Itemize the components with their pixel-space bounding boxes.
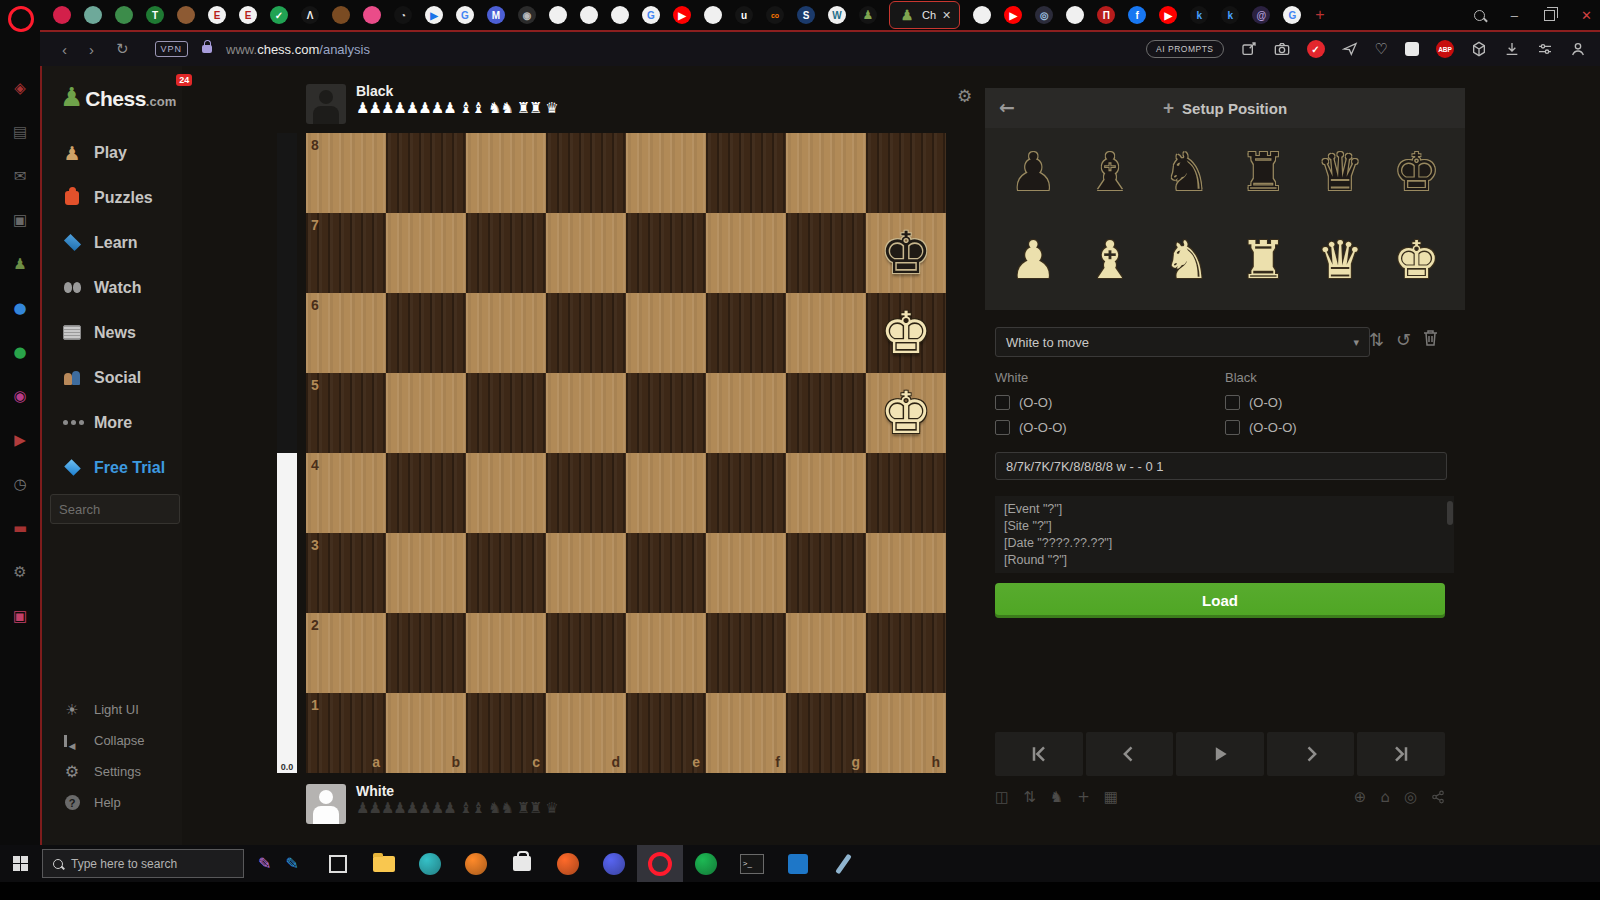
square-g3[interactable] [786, 533, 866, 613]
square-h4[interactable] [866, 453, 946, 533]
taskbar-app-file-explorer[interactable] [361, 845, 407, 882]
minimize-button[interactable]: – [1511, 8, 1518, 23]
github-tab-2[interactable] [580, 6, 598, 24]
file-label-a: a [372, 754, 380, 770]
sidebar-item-light-ui[interactable]: Light UI [42, 694, 182, 725]
google-tab-3[interactable]: G [1283, 6, 1301, 24]
tab-favicons-right: ▶◎Пf▶kk@G [960, 6, 1301, 24]
tab-tray-icon[interactable]: ▤ [0, 110, 40, 154]
white-pawn-palette[interactable]: ♟ [1010, 220, 1057, 300]
square-g6[interactable] [786, 293, 866, 373]
square-e8[interactable] [626, 133, 706, 213]
opera-icon [648, 852, 672, 876]
window-controls: – ✕ [1474, 0, 1592, 30]
green-avatar-tab[interactable] [115, 6, 133, 24]
square-e2[interactable] [626, 613, 706, 693]
github-tab-6[interactable] [1066, 6, 1084, 24]
taskbar-app-blue-app[interactable] [775, 845, 821, 882]
square-h5[interactable]: ♚ [866, 373, 946, 453]
workspace-icon[interactable]: ▣ [0, 198, 40, 242]
white-rook-palette[interactable]: ♜ [1240, 220, 1287, 300]
chess-board[interactable]: 87♚6♚5♚4321abcdefgh [306, 133, 946, 773]
opera-sidebar: ◈▤✉▣♟●●◉▶◷▬⚙▣ [0, 0, 42, 845]
github-tab-5[interactable] [973, 6, 991, 24]
help-icon [65, 795, 80, 810]
sidebar-item-settings[interactable]: Settings [42, 756, 182, 787]
reset-board-icon[interactable]: ↺ [1396, 329, 1411, 350]
black-player-name: Black [356, 84, 558, 99]
taskbar-app-edge[interactable] [407, 845, 453, 882]
extension-icon[interactable] [1405, 42, 1419, 56]
black-player-row: Black ♟♟♟♟♟♟♟♟ ♝♝ ♞♞ ♜♜ ♛ [306, 84, 558, 124]
file-label-d: d [611, 754, 620, 770]
checkbox[interactable] [1225, 395, 1240, 410]
square-c3[interactable] [466, 533, 546, 613]
add-icon[interactable]: + [1077, 788, 1090, 806]
taskbar-app-torch[interactable] [545, 845, 591, 882]
lock-icon[interactable] [202, 45, 212, 53]
close-button[interactable]: ✕ [1581, 8, 1592, 23]
taskbar-app-firefox[interactable] [453, 845, 499, 882]
black-bishop-palette[interactable]: ♝ [1087, 132, 1134, 212]
square-g2[interactable] [786, 613, 866, 693]
learn-icon [63, 234, 80, 251]
sidebar-item-label: More [94, 414, 132, 432]
opera-logo-icon[interactable] [8, 6, 34, 32]
piece-palette: ♟♝♞♜♛♚ ♟♝♞♜♛♚ [985, 128, 1465, 310]
black-castle-kingside[interactable]: (O-O) [1225, 390, 1425, 415]
mj-blue-tab[interactable]: M [487, 6, 505, 24]
sliders-icon[interactable] [1537, 41, 1553, 57]
ink-pen-icon[interactable]: ✎ [258, 854, 271, 873]
chess-sidebar: ♟ Chess .com 24 PlayPuzzlesLearnWatchNew… [42, 66, 182, 845]
address-bar: ‹ › ↻ VPN www.chess.com/analysis AI PROM… [40, 32, 1600, 66]
quill-pen-icon[interactable]: ✎ [285, 854, 298, 873]
square-f2[interactable] [706, 613, 786, 693]
square-a4[interactable]: 4 [306, 453, 386, 533]
white-king[interactable]: ♚ [866, 293, 946, 373]
square-b2[interactable] [386, 613, 466, 693]
square-c7[interactable] [466, 213, 546, 293]
playback-controls [995, 732, 1445, 776]
checkbox[interactable] [995, 420, 1010, 435]
square-g4[interactable] [786, 453, 866, 533]
setup-tools: ⇅ ↺ [1369, 329, 1438, 350]
github-tab-3[interactable] [611, 6, 629, 24]
white-piece-palette: ♟♝♞♜♛♚ [985, 216, 1465, 304]
firefox-icon [465, 853, 487, 875]
dribbble-tab[interactable] [363, 6, 381, 24]
turn-selector-dropdown[interactable]: White to move ▾ [995, 327, 1370, 357]
square-d1[interactable]: d [546, 693, 626, 773]
discord-icon [603, 853, 625, 875]
black-king-palette[interactable]: ♚ [1393, 132, 1440, 212]
edit-icon[interactable] [1241, 41, 1257, 57]
sidebar-item-label: Free Trial [94, 459, 165, 477]
panel-title: +Setup Position [1163, 97, 1287, 119]
square-a7[interactable]: 7 [306, 213, 386, 293]
square-b8[interactable] [386, 133, 466, 213]
analysis-footer-icons: ◫⇅♞+▦ ⊕⌂◎ [995, 788, 1445, 806]
square-g5[interactable] [786, 373, 866, 453]
pen-3d-icon [835, 853, 852, 874]
square-d5[interactable] [546, 373, 626, 453]
square-a5[interactable]: 5 [306, 373, 386, 453]
tab-favicons-left: TEE✓Λ◔▶GM◉G▶ucoSW♟ [40, 6, 877, 24]
sidebar-item-label: Collapse [94, 733, 145, 748]
taskbar-app-pen-3d[interactable] [821, 845, 867, 882]
co-orange-tab[interactable]: co [766, 6, 784, 24]
evaluation-bar: 0.0 [277, 133, 297, 773]
square-c5[interactable] [466, 373, 546, 453]
clock-tab[interactable]: ◔ [394, 6, 412, 24]
windows-taskbar: Type here to search ✎✎ >_ 83°F Windy FRA… [0, 845, 1600, 882]
youtube-tab-3[interactable]: ▶ [1159, 6, 1177, 24]
start-button[interactable] [13, 856, 28, 871]
square-e5[interactable] [626, 373, 706, 453]
white-castling-label: White [995, 370, 1028, 385]
pinboard-icon[interactable]: ▬ [0, 506, 40, 550]
sidebar-item-collapse[interactable]: Collapse [42, 725, 182, 756]
gx-corner-icon[interactable]: ◈ [0, 66, 40, 110]
pgn-line: [Site "?"] [1004, 518, 1454, 535]
gx-games-tab[interactable] [53, 6, 71, 24]
pgn-line: [Date "????.??.??"] [1004, 535, 1454, 552]
sidebar-item-play[interactable]: Play [42, 130, 182, 175]
practice-icon[interactable]: ◎ [1404, 788, 1417, 806]
square-d8[interactable] [546, 133, 626, 213]
load-button[interactable]: Load [995, 583, 1445, 618]
square-h7[interactable]: ♚ [866, 213, 946, 293]
square-d7[interactable] [546, 213, 626, 293]
pgn-line: [Event "?"] [1004, 501, 1454, 518]
square-b3[interactable] [386, 533, 466, 613]
chess-com-logo[interactable]: ♟ Chess .com 24 [60, 82, 176, 112]
udemy-tab[interactable]: u [735, 6, 753, 24]
share-icon[interactable] [1431, 790, 1445, 804]
file-label-f: f [775, 754, 780, 770]
anime-avatar-tab[interactable] [177, 6, 195, 24]
file-label-h: h [931, 754, 940, 770]
chevron-down-icon: ▾ [1353, 336, 1359, 349]
vpn-badge[interactable]: VPN [155, 41, 189, 57]
sidebar-item-social[interactable]: Social [42, 355, 182, 400]
flip-icon[interactable]: ⇅ [1023, 788, 1036, 806]
facebook-tab[interactable]: f [1128, 6, 1146, 24]
square-b1[interactable]: b [386, 693, 466, 773]
square-c4[interactable] [466, 453, 546, 533]
rank-label-2: 2 [311, 617, 319, 633]
window-search-icon[interactable] [1474, 10, 1485, 21]
taskbar-app-task-view[interactable] [315, 845, 361, 882]
square-e3[interactable] [626, 533, 706, 613]
square-h2[interactable] [866, 613, 946, 693]
fen-input[interactable]: 8/7k/7K/7K/8/8/8/8 w - - 0 1 [995, 452, 1447, 480]
square-d2[interactable] [546, 613, 626, 693]
github-tab[interactable] [549, 6, 567, 24]
logo-text: Chess [85, 87, 146, 111]
globe-tab[interactable]: ◉ [518, 6, 536, 24]
checkbox[interactable] [1225, 420, 1240, 435]
cmd-icon: >_ [740, 854, 764, 874]
spotify-icon [695, 853, 717, 875]
browser-tab-strip: TEE✓Λ◔▶GM◉G▶ucoSW♟ ♟ Ch ✕ ▶◎Пf▶kk@G + – … [40, 0, 1600, 32]
square-b6[interactable] [386, 293, 466, 373]
go-first-button[interactable] [995, 732, 1083, 776]
taskbar-app-cmd[interactable]: >_ [729, 845, 775, 882]
square-c2[interactable] [466, 613, 546, 693]
pgn-scrollbar[interactable] [1447, 501, 1453, 525]
ai-prompts-button[interactable]: AI PROMPTS [1146, 40, 1223, 58]
s-navy-tab[interactable]: S [797, 6, 815, 24]
black-knight-palette[interactable]: ♞ [1163, 132, 1210, 212]
black-castling-options: (O-O)(O-O-O) [1225, 390, 1425, 440]
square-c8[interactable] [466, 133, 546, 213]
rank-label-3: 3 [311, 537, 319, 553]
black-pawn-palette[interactable]: ♟ [1010, 132, 1057, 212]
black-king[interactable]: ♚ [866, 213, 946, 293]
checkbox[interactable] [995, 395, 1010, 410]
heart-icon[interactable]: ♡ [1375, 40, 1388, 58]
google-tab[interactable]: G [456, 6, 474, 24]
file-label-e: e [692, 754, 700, 770]
opera-sidebar-icons: ◈▤✉▣♟●●◉▶◷▬⚙▣ [0, 66, 40, 638]
square-d3[interactable] [546, 533, 626, 613]
reload-icon[interactable]: ↻ [116, 40, 129, 58]
sidebar-item-more[interactable]: More [42, 400, 182, 445]
rank-label-5: 5 [311, 377, 319, 393]
square-h1[interactable]: h [866, 693, 946, 773]
trash-icon[interactable] [1423, 329, 1438, 350]
sidebar-item-learn[interactable]: Learn [42, 220, 182, 265]
tab-close-icon[interactable]: ✕ [942, 9, 951, 22]
white-castle-kingside[interactable]: (O-O) [995, 390, 1195, 415]
square-e1[interactable]: e [626, 693, 706, 773]
white-player-name: White [356, 784, 558, 799]
sidebar-menu: PlayPuzzlesLearnWatchNewsSocialMoreFree … [42, 130, 182, 490]
producthunt-tab[interactable]: П [1097, 6, 1115, 24]
square-d4[interactable] [546, 453, 626, 533]
square-f8[interactable] [706, 133, 786, 213]
edge-icon [419, 853, 441, 875]
square-g7[interactable] [786, 213, 866, 293]
monkey-tab[interactable] [332, 6, 350, 24]
black-avatar[interactable] [306, 84, 346, 124]
square-b4[interactable] [386, 453, 466, 533]
send-icon[interactable] [1342, 41, 1358, 57]
black-queen-palette[interactable]: ♛ [1317, 132, 1364, 212]
messages-icon[interactable]: ✉ [0, 154, 40, 198]
play-icon [63, 142, 80, 164]
evaluation-score: 0.0 [277, 762, 297, 772]
cube-icon[interactable] [1471, 41, 1487, 57]
board-editor-icon[interactable]: ▦ [1104, 788, 1118, 806]
taskbar-search-box[interactable]: Type here to search [42, 849, 244, 878]
shield-extension-icon[interactable]: ✓ [1307, 40, 1325, 58]
sidebar-item-news[interactable]: News [42, 310, 182, 355]
profile-icon[interactable] [1570, 41, 1586, 57]
player-icon[interactable]: ▶ [0, 418, 40, 462]
square-f5[interactable] [706, 373, 786, 453]
square-a6[interactable]: 6 [306, 293, 386, 373]
lambda-tab[interactable]: Λ [301, 6, 319, 24]
white-king-palette[interactable]: ♚ [1393, 220, 1440, 300]
atom-tab[interactable]: ◎ [1035, 6, 1053, 24]
youtube-tab-2[interactable]: ▶ [1004, 6, 1022, 24]
taskbar-pen-icons: ✎✎ [244, 854, 299, 873]
rank-label-6: 6 [311, 297, 319, 313]
go-last-button[interactable] [1357, 732, 1445, 776]
sidebar-item-label: Learn [94, 234, 138, 252]
go-previous-button[interactable] [1086, 732, 1174, 776]
back-icon[interactable]: ‹ [62, 41, 67, 58]
taskbar-app-opera[interactable] [637, 845, 683, 882]
taskbar-app-ms-store[interactable] [499, 845, 545, 882]
sidebar-item-label: Help [94, 795, 121, 810]
square-a2[interactable]: 2 [306, 613, 386, 693]
logo-tld: .com [146, 94, 176, 109]
file-label-g: g [851, 754, 860, 770]
watch-icon [64, 282, 72, 293]
white-queen-palette[interactable]: ♛ [1317, 220, 1364, 300]
black-castle-queenside[interactable]: (O-O-O) [1225, 415, 1425, 440]
black-captured-pieces: ♟♟♟♟♟♟♟♟ ♝♝ ♞♞ ♜♜ ♛ [356, 99, 558, 117]
openings-icon[interactable]: ⌂ [1380, 788, 1390, 806]
sidebar-item-free-trial[interactable]: Free Trial [42, 445, 182, 490]
panel-header: ← +Setup Position [985, 88, 1465, 128]
camera-icon[interactable] [1274, 41, 1290, 57]
sidebar-item-label: News [94, 324, 136, 342]
youtube-tab[interactable]: ▶ [673, 6, 691, 24]
square-c1[interactable]: c [466, 693, 546, 773]
e-red-tab[interactable]: E [208, 6, 226, 24]
task-view-icon [329, 855, 347, 873]
file-explorer-icon [373, 856, 395, 872]
taskbar-apps: >_ [315, 845, 867, 882]
square-e4[interactable] [626, 453, 706, 533]
white-bishop-palette[interactable]: ♝ [1087, 220, 1134, 300]
download-icon[interactable] [1504, 41, 1520, 57]
sidebar-item-label: Play [94, 144, 127, 162]
trial-icon [64, 459, 81, 476]
sidebar-item-help[interactable]: Help [42, 787, 182, 818]
chess-site-icon[interactable]: ♟ [0, 242, 40, 286]
square-b5[interactable] [386, 373, 466, 453]
plus-icon: + [1163, 97, 1174, 119]
square-a8[interactable]: 8 [306, 133, 386, 213]
sidebar-item-watch[interactable]: Watch [42, 265, 182, 310]
bottom-app-icon[interactable]: ▣ [0, 594, 40, 638]
flip-board-icon[interactable]: ⇅ [1369, 329, 1384, 350]
square-e6[interactable] [626, 293, 706, 373]
k-blue-tab-2[interactable]: k [1221, 6, 1239, 24]
history-icon[interactable]: ◷ [0, 462, 40, 506]
square-h8[interactable] [866, 133, 946, 213]
white-captured-pieces: ♟♟♟♟♟♟♟♟ ♝♝ ♞♞ ♜♜ ♛ [356, 799, 558, 817]
square-h6[interactable]: ♚ [866, 293, 946, 373]
square-f3[interactable] [706, 533, 786, 613]
e-red-tab-2[interactable]: E [239, 6, 257, 24]
rank-label-4: 4 [311, 457, 319, 473]
t-site-tab[interactable]: T [146, 6, 164, 24]
chatgpt-tab[interactable] [84, 6, 102, 24]
chess-pawn-tab[interactable]: ♟ [859, 6, 877, 24]
white-avatar[interactable] [306, 784, 346, 824]
file-label-b: b [451, 754, 460, 770]
square-e7[interactable] [626, 213, 706, 293]
pieces-icon[interactable]: ♞ [1050, 788, 1063, 806]
search-input[interactable]: Search [50, 494, 180, 524]
active-tab-chess[interactable]: ♟ Ch ✕ [889, 1, 960, 29]
analysis-chart-icon[interactable]: ◫ [995, 788, 1009, 806]
github-tab-4[interactable] [704, 6, 722, 24]
sidebar-item-puzzles[interactable]: Puzzles [42, 175, 182, 220]
sidebar-item-label: Light UI [94, 702, 139, 717]
adblock-icon[interactable]: ABP [1436, 40, 1454, 58]
at-purple-tab[interactable]: @ [1252, 6, 1270, 24]
go-next-button[interactable] [1267, 732, 1355, 776]
square-g1[interactable]: g [786, 693, 866, 773]
restore-button[interactable] [1544, 10, 1555, 21]
white-knight-palette[interactable]: ♞ [1163, 220, 1210, 300]
board-settings-gear-icon[interactable]: ⚙ [957, 86, 972, 106]
whatsapp-icon[interactable]: ● [0, 330, 40, 374]
instagram-icon[interactable]: ◉ [0, 374, 40, 418]
black-rook-palette[interactable]: ♜ [1240, 132, 1287, 212]
black-castling-label: Black [1225, 370, 1257, 385]
square-g8[interactable] [786, 133, 866, 213]
square-d6[interactable] [546, 293, 626, 373]
taskbar-app-discord[interactable] [591, 845, 637, 882]
wordpress-tab[interactable]: W [828, 6, 846, 24]
taskbar-app-spotify[interactable] [683, 845, 729, 882]
play-button[interactable] [1176, 732, 1264, 776]
square-a1[interactable]: 1a [306, 693, 386, 773]
sidebar-item-label: Puzzles [94, 189, 153, 207]
play-blue-tab[interactable]: ▶ [425, 6, 443, 24]
setup-position-panel: ← +Setup Position ♟♝♞♜♛♚ ♟♝♞♜♛♚ White to… [985, 88, 1465, 845]
square-a3[interactable]: 3 [306, 533, 386, 613]
white-king[interactable]: ♚ [866, 373, 946, 453]
news-icon [63, 325, 81, 340]
square-h3[interactable] [866, 533, 946, 613]
check-green-tab[interactable]: ✓ [270, 6, 288, 24]
square-f4[interactable] [706, 453, 786, 533]
new-tab-button[interactable]: + [1315, 6, 1324, 24]
zoom-in-icon[interactable]: ⊕ [1354, 788, 1367, 806]
square-f7[interactable] [706, 213, 786, 293]
square-c6[interactable] [466, 293, 546, 373]
square-f1[interactable]: f [706, 693, 786, 773]
torch-icon [557, 853, 579, 875]
black-piece-palette: ♟♝♞♜♛♚ [985, 128, 1465, 216]
messenger-icon[interactable]: ● [0, 286, 40, 330]
forward-icon[interactable]: › [89, 41, 94, 58]
square-b7[interactable] [386, 213, 466, 293]
chess-pawn-favicon: ♟ [898, 6, 916, 24]
ms-store-icon [513, 856, 531, 871]
settings-gear-icon[interactable]: ⚙ [0, 550, 40, 594]
white-castle-queenside[interactable]: (O-O-O) [995, 415, 1195, 440]
address-bar-actions: AI PROMPTS ✓ ♡ ABP [1146, 32, 1586, 66]
back-arrow-icon[interactable]: ← [999, 96, 1015, 118]
white-castling-options: (O-O)(O-O-O) [995, 390, 1195, 440]
square-f6[interactable] [706, 293, 786, 373]
google-tab-2[interactable]: G [642, 6, 660, 24]
pgn-textarea[interactable]: [Event "?"][Site "?"][Date "????.??.??"]… [995, 496, 1454, 573]
url-text[interactable]: www.chess.com/analysis [226, 42, 370, 57]
k-blue-tab[interactable]: k [1190, 6, 1208, 24]
